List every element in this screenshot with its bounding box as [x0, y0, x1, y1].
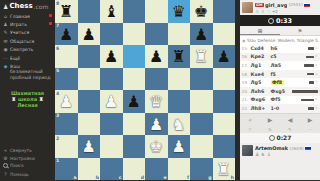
- rank-label: 5: [56, 68, 59, 73]
- square-c8[interactable]: ♝: [100, 0, 123, 23]
- learn-icon: ✎: [3, 30, 8, 35]
- rank-label: 1: [56, 158, 59, 163]
- piece-white-king[interactable]: ♚: [145, 135, 168, 158]
- square-d1[interactable]: d: [123, 158, 146, 181]
- rank-label: 6: [56, 46, 59, 51]
- file-label: a: [73, 175, 76, 180]
- sidebar-footer-Помощь[interactable]: ?Помощь: [0, 171, 55, 178]
- chess-board: 8♜♝♛♚7♟♟♟6♟♟♜♜♟54♟♟♟♛3♟♞2♟♚♟1abcdefgh♜: [55, 0, 235, 180]
- move-row-21: 21.Фxg6Фf5±: [240, 96, 320, 105]
- white-move[interactable]: Лxh6: [251, 89, 271, 94]
- sidebar-item-label: Ещё: [10, 56, 20, 61]
- square-e2[interactable]: ♚: [145, 135, 168, 158]
- watch-icon: ◉: [3, 47, 8, 52]
- move-number: 22.: [242, 106, 251, 111]
- piece-black-pawn[interactable]: ♟: [55, 23, 78, 46]
- square-e7[interactable]: [145, 23, 168, 46]
- piece-black-king[interactable]: ♚: [190, 0, 213, 23]
- square-b7[interactable]: ♟: [78, 23, 101, 46]
- game-panel: GM girl_avg (2551) ♙ ♗ ♘ +2 0:33 ⊞⚑ ◉ Sl…: [240, 0, 320, 180]
- next-move-button[interactable]: ▶: [302, 116, 318, 123]
- refresh-link-icon[interactable]: ↻: [268, 127, 272, 132]
- top-player-avatar[interactable]: [242, 2, 253, 13]
- black-move[interactable]: f5: [271, 72, 292, 77]
- square-g1[interactable]: g: [190, 158, 213, 181]
- play-button[interactable]: ▶: [262, 116, 278, 123]
- piece-black-pawn[interactable]: ♟: [190, 23, 213, 46]
- eval-bar: ±: [292, 55, 319, 58]
- square-b1[interactable]: b: [78, 158, 101, 181]
- file-label: f: [187, 175, 189, 180]
- chess-school-banner[interactable]: Шахматная ♜ школа ♜ Лесная: [2, 90, 53, 108]
- bottom-player-name[interactable]: ArtemOmsk: [255, 145, 288, 151]
- square-d8[interactable]: [123, 0, 146, 23]
- file-label: b: [96, 175, 99, 180]
- play-icon: ♟: [3, 22, 8, 27]
- square-g6[interactable]: ♜: [190, 45, 213, 68]
- move-row-18: 18.Кxe4f5±: [240, 70, 320, 79]
- sidebar-footer-label: Помощь: [10, 172, 29, 177]
- white-move[interactable]: Сxd4: [251, 46, 271, 51]
- sidebar-footer-Поиск[interactable]: Поиск: [0, 162, 55, 170]
- piece-black-pawn[interactable]: ♟: [145, 45, 168, 68]
- more-link-icon[interactable]: ⋯: [308, 127, 312, 132]
- move-number: 15.: [242, 46, 251, 51]
- square-h4[interactable]: [213, 90, 236, 113]
- piece-black-pawn[interactable]: ♟: [123, 90, 146, 113]
- sidebar-footer-label: Свернуть: [10, 148, 32, 153]
- trial-icon: ◆: [3, 64, 8, 69]
- sidebar-item-label: Главная: [10, 14, 30, 19]
- sidebar-nav: ⌂Главная♟Играть✎Учиться✉Общаться◉Смотрет…: [0, 12, 55, 82]
- square-d4[interactable]: ♟: [123, 90, 146, 113]
- square-e6[interactable]: ♟: [145, 45, 168, 68]
- square-b5[interactable]: [78, 68, 101, 91]
- piece-black-pawn[interactable]: ♟: [78, 23, 101, 46]
- black-move[interactable]: Фxg5: [271, 89, 292, 94]
- square-f5[interactable]: [168, 68, 191, 91]
- bottom-captured-pieces: ♟ ♞ ♝: [255, 152, 271, 157]
- banner-rook-icon: ♜: [39, 96, 44, 102]
- square-b6[interactable]: [78, 45, 101, 68]
- piece-black-queen[interactable]: ♛: [168, 0, 191, 23]
- square-g4[interactable]: [190, 90, 213, 113]
- black-move[interactable]: Лa5: [271, 63, 292, 68]
- panel-tab-1[interactable]: ⚑: [280, 26, 320, 35]
- top-player-rating: (2551): [289, 2, 303, 7]
- top-material-score: +2: [272, 9, 278, 14]
- square-a5[interactable]: 5: [55, 68, 78, 91]
- move-number: 17.: [242, 63, 251, 68]
- piece-white-queen[interactable]: ♛: [145, 90, 168, 113]
- file-label: g: [208, 175, 211, 180]
- black-move[interactable]: 1-0: [271, 106, 292, 111]
- eval-bar: ±: [292, 90, 320, 93]
- sidebar-item-Главная[interactable]: ⌂Главная: [0, 12, 55, 20]
- move-row-16: 16.Кре2c5±: [240, 53, 320, 62]
- bottom-player-clock: 0:27: [240, 133, 320, 143]
- piece-black-pawn[interactable]: ♟: [213, 45, 236, 68]
- square-c7[interactable]: [100, 23, 123, 46]
- piece-white-rook[interactable]: ♜: [190, 45, 213, 68]
- square-h8[interactable]: [213, 0, 236, 23]
- opening-name[interactable]: ◉ Slav Defense: Modern, Triangle S...: [240, 36, 320, 44]
- sidebar-item-Смотреть[interactable]: ◉Смотреть: [0, 46, 55, 54]
- square-e4[interactable]: ♛: [145, 90, 168, 113]
- square-c3[interactable]: [100, 113, 123, 136]
- sidebar: ♟ Chess .com ⌂Главная♟Играть✎Учиться✉Общ…: [0, 0, 55, 180]
- square-f4[interactable]: [168, 90, 191, 113]
- square-h5[interactable]: [213, 68, 236, 91]
- square-b2[interactable]: ♟: [78, 135, 101, 158]
- square-c6[interactable]: ♟: [100, 45, 123, 68]
- piece-white-pawn[interactable]: ♟: [145, 113, 168, 136]
- piece-black-pawn[interactable]: ♟: [100, 45, 123, 68]
- sidebar-item-label: Общаться: [10, 39, 34, 44]
- sidebar-item-Общаться[interactable]: ✉Общаться: [0, 37, 55, 45]
- white-move[interactable]: Кре2: [251, 54, 271, 59]
- square-a3[interactable]: 3: [55, 113, 78, 136]
- square-a2[interactable]: 2: [55, 135, 78, 158]
- sidebar-item-label: Играть: [10, 22, 27, 27]
- square-h3[interactable]: [213, 113, 236, 136]
- social-icon: ✉: [3, 39, 8, 44]
- russia-flag-icon: [304, 3, 310, 7]
- sidebar-item-label: Смотреть: [10, 47, 33, 52]
- logo-text: Chess: [9, 2, 32, 10]
- move-row-17: 17.Лg1Лa5±: [240, 61, 320, 70]
- eval-bar: ±: [292, 64, 319, 67]
- file-label: d: [141, 175, 144, 180]
- move-row-22: 22.Лh8+1-0±: [240, 104, 320, 113]
- home-icon: ⌂: [3, 14, 8, 19]
- square-d2[interactable]: [123, 135, 146, 158]
- black-move[interactable]: Фf5: [271, 97, 292, 102]
- eval-bar: ±: [292, 107, 319, 110]
- white-move[interactable]: Лg1: [251, 63, 271, 68]
- square-e8[interactable]: [145, 0, 168, 23]
- logo-suffix: .com: [34, 3, 49, 10]
- file-label: c: [119, 175, 122, 180]
- square-b3[interactable]: [78, 113, 101, 136]
- piece-white-pawn[interactable]: ♟: [168, 135, 191, 158]
- square-c5[interactable]: [100, 68, 123, 91]
- flag-link-icon[interactable]: ⚐: [248, 127, 252, 132]
- eval-bar: ±: [292, 98, 319, 101]
- square-d7[interactable]: [123, 23, 146, 46]
- piece-black-rook[interactable]: ♜: [168, 45, 191, 68]
- search-icon: [3, 163, 8, 169]
- bottom-player-card: ArtemOmsk (2619) ♟ ♞ ♝: [240, 143, 320, 180]
- flag-tab-icon: ⚑: [298, 28, 303, 34]
- sidebar-footer-label: Настройки: [10, 156, 35, 161]
- square-g3[interactable]: [190, 113, 213, 136]
- black-move[interactable]: c5: [271, 54, 292, 59]
- settings-icon: ⚙: [3, 156, 8, 161]
- quick-links: ⚐↻✎⋯: [240, 126, 320, 133]
- square-b4[interactable]: [78, 90, 101, 113]
- white-move[interactable]: Лh8+: [251, 106, 271, 111]
- top-player-clock: 0:33: [240, 15, 320, 26]
- piece-white-pawn[interactable]: ♟: [55, 90, 78, 113]
- black-move[interactable]: h6: [271, 46, 292, 51]
- square-e3[interactable]: ♟: [145, 113, 168, 136]
- bottom-player-rating: (2619): [290, 146, 304, 151]
- logo-pawn-icon: ♟: [3, 3, 8, 10]
- move-row-15: 15.Сxd4h6±: [240, 44, 320, 53]
- square-f3[interactable]: ♞: [168, 113, 191, 136]
- square-a4[interactable]: 4♟: [55, 90, 78, 113]
- rank-label: 2: [56, 136, 59, 141]
- square-a7[interactable]: 7♟: [55, 23, 78, 46]
- board-tab-icon: ⊞: [258, 28, 263, 34]
- banner-line-3: Лесная: [2, 102, 53, 108]
- sidebar-item-label: Ваш безлимитный пробный период: [10, 64, 52, 80]
- notification-badge: [49, 14, 52, 17]
- square-a1[interactable]: 1a: [55, 158, 78, 181]
- square-g7[interactable]: ♟: [190, 23, 213, 46]
- square-d5[interactable]: [123, 68, 146, 91]
- panel-tab-0[interactable]: ⊞: [240, 26, 280, 35]
- black-move[interactable]: Фf8: [271, 80, 292, 85]
- square-h7[interactable]: [213, 23, 236, 46]
- move-number: 18.: [242, 72, 251, 77]
- square-c1[interactable]: c: [100, 158, 123, 181]
- sidebar-item-Учиться[interactable]: ✎Учиться: [0, 29, 55, 37]
- notification-badge: [49, 22, 52, 25]
- sidebar-item-label: Учиться: [10, 30, 29, 35]
- square-e1[interactable]: e: [145, 158, 168, 181]
- square-c4[interactable]: ♟: [100, 90, 123, 113]
- prev-move-button[interactable]: ◀: [282, 116, 298, 123]
- eval-bar: ±: [292, 47, 319, 50]
- square-f7[interactable]: [168, 23, 191, 46]
- move-number: 19.: [242, 80, 251, 85]
- rank-label: 3: [56, 113, 59, 118]
- sidebar-footer-Свернуть[interactable]: «Свернуть: [0, 147, 55, 154]
- square-b8[interactable]: [78, 0, 101, 23]
- sidebar-item-Играть[interactable]: ♟Играть: [0, 20, 55, 28]
- first-move-button[interactable]: «: [242, 116, 258, 123]
- top-player-name[interactable]: girl_avg: [265, 2, 287, 8]
- white-move[interactable]: Лg5: [251, 80, 271, 85]
- panel-tabs: ⊞⚑: [240, 26, 320, 36]
- move-row-20: 20.Лxh6Фxg5±: [240, 87, 320, 96]
- square-f8[interactable]: ♛: [168, 0, 191, 23]
- gm-title-badge: GM: [255, 3, 264, 7]
- piece-white-knight[interactable]: ♞: [168, 113, 191, 136]
- move-number: 20.: [242, 89, 251, 94]
- clock-icon: [269, 135, 275, 141]
- square-h1[interactable]: h♜: [213, 158, 236, 181]
- white-move[interactable]: Кxe4: [251, 72, 271, 77]
- square-f2[interactable]: ♟: [168, 135, 191, 158]
- edit-link-icon[interactable]: ✎: [288, 127, 292, 132]
- banner-rook-icon: ♜: [11, 96, 16, 102]
- eval-bar: ±: [292, 73, 319, 76]
- help-icon: ?: [3, 172, 8, 177]
- piece-black-bishop[interactable]: ♝: [100, 0, 123, 23]
- piece-white-pawn[interactable]: ♟: [78, 135, 101, 158]
- russia-flag-icon: [305, 146, 311, 150]
- square-f1[interactable]: f: [168, 158, 191, 181]
- square-g2[interactable]: [190, 135, 213, 158]
- more-icon: ⋯: [3, 56, 8, 61]
- piece-black-rook[interactable]: ♜: [55, 0, 78, 23]
- square-h2[interactable]: [213, 135, 236, 158]
- collapse-icon: «: [3, 148, 8, 153]
- move-number: 21.: [242, 97, 251, 102]
- sidebar-footer: «Свернуть⚙НастройкиПоиск?Помощь: [0, 147, 55, 180]
- piece-white-pawn[interactable]: ♟: [100, 90, 123, 113]
- move-list: 15.Сxd4h6±16.Кре2c5±17.Лg1Лa5±18.Кxe4f5±…: [240, 44, 320, 113]
- square-f6[interactable]: ♜: [168, 45, 191, 68]
- sidebar-footer-label: Поиск: [10, 163, 24, 168]
- square-d6[interactable]: [123, 45, 146, 68]
- square-a8[interactable]: 8♜: [55, 0, 78, 23]
- move-nav-controls: «▶◀▶: [240, 113, 320, 126]
- sidebar-item-Ваш безлимитный пробный период[interactable]: ◆Ваш безлимитный пробный период: [0, 62, 55, 81]
- sidebar-item-Ещё[interactable]: ⋯Ещё: [0, 54, 55, 62]
- eval-bar: ±: [292, 81, 319, 84]
- bottom-player-avatar[interactable]: [242, 145, 253, 156]
- square-d3[interactable]: [123, 113, 146, 136]
- square-a6[interactable]: 6: [55, 45, 78, 68]
- square-e5[interactable]: [145, 68, 168, 91]
- move-row-19: 19.Лg5Фf8±: [240, 78, 320, 87]
- move-number: 16.: [242, 54, 251, 59]
- top-player-card: GM girl_avg (2551) ♙ ♗ ♘ +2: [240, 0, 320, 15]
- clock-icon: [268, 18, 274, 24]
- square-g8[interactable]: ♚: [190, 0, 213, 23]
- top-captured-pieces: ♙ ♗ ♘: [255, 9, 271, 14]
- sidebar-footer-Настройки[interactable]: ⚙Настройки: [0, 155, 55, 162]
- chesscom-logo[interactable]: ♟ Chess .com: [0, 0, 55, 12]
- piece-white-rook[interactable]: ♜: [213, 158, 236, 181]
- opening-book-icon: ◉: [242, 38, 246, 43]
- square-c2[interactable]: [100, 135, 123, 158]
- square-g5[interactable]: [190, 68, 213, 91]
- white-move[interactable]: Фxg6: [251, 97, 271, 102]
- square-h6[interactable]: ♟: [213, 45, 236, 68]
- file-label: e: [163, 175, 166, 180]
